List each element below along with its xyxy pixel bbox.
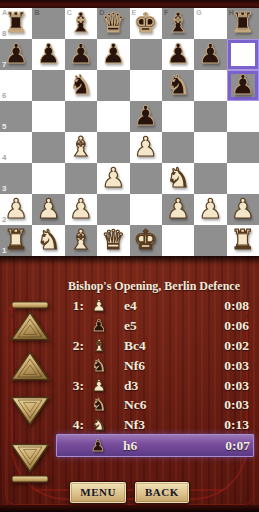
move-row[interactable]: 1: ♟ e4 0:08 — [58, 296, 252, 316]
move-piece-icon-white-bishop: ♝ — [87, 337, 111, 355]
piece-white-queen: ♛ — [97, 225, 129, 255]
square-f1[interactable] — [162, 225, 194, 256]
square-h8[interactable]: H♜ — [227, 8, 259, 39]
move-time: 0:03 — [203, 378, 252, 394]
piece-white-king: ♚ — [130, 225, 162, 255]
coord-rank-label: 8 — [2, 29, 6, 38]
square-b5[interactable] — [32, 101, 64, 132]
bar-icon — [10, 301, 50, 309]
coord-rank-label: 5 — [2, 122, 6, 131]
triangle-down-icon — [10, 443, 50, 473]
square-e8[interactable]: E♚ — [130, 8, 162, 39]
piece-white-knight: ♞ — [32, 225, 64, 255]
move-san: Nc6 — [111, 397, 203, 413]
coord-file-label: G — [196, 9, 201, 16]
square-b6[interactable] — [32, 70, 64, 101]
piece-white-pawn: ♟ — [162, 194, 194, 224]
coord-rank-label: 2 — [2, 215, 6, 224]
piece-black-pawn: ♟ — [97, 39, 129, 69]
square-e7[interactable] — [130, 39, 162, 70]
move-row[interactable]: 4: ♞ Nf3 0:13 — [58, 415, 252, 435]
move-san: h6 — [110, 438, 204, 454]
square-e2[interactable] — [130, 194, 162, 225]
piece-black-pawn: ♟ — [162, 39, 194, 69]
square-b3[interactable] — [32, 163, 64, 194]
piece-white-pawn: ♟ — [97, 163, 129, 193]
move-san: Nf3 — [111, 417, 203, 433]
move-row[interactable]: ♟ e5 0:06 — [58, 316, 252, 336]
coord-rank-label: 7 — [2, 60, 6, 69]
square-f6[interactable]: ♞ — [162, 70, 194, 101]
piece-white-bishop: ♝ — [65, 132, 97, 162]
square-f8[interactable]: F♝ — [162, 8, 194, 39]
move-piece-icon-white-pawn: ♟ — [87, 377, 111, 395]
move-time: 0:03 — [203, 358, 252, 374]
piece-black-pawn: ♟ — [65, 39, 97, 69]
square-h6[interactable]: ♟ — [227, 70, 259, 101]
chess-app-screen: A8♜BC♝D♛E♚F♝GH♜7♟♟♟♟♟♟6♞♞♟5♟4♝♟3♟♞2♟♟♟♟♟… — [0, 0, 259, 512]
move-san: d3 — [111, 378, 203, 394]
square-b8[interactable]: B — [32, 8, 64, 39]
square-g2[interactable]: ♟ — [194, 194, 226, 225]
square-e4[interactable]: ♟ — [130, 132, 162, 163]
square-d6[interactable] — [97, 70, 129, 101]
move-san: Bc4 — [111, 338, 203, 354]
triangle-up-icon — [10, 311, 50, 341]
bottom-actions: MENU BACK — [0, 481, 259, 504]
square-e6[interactable] — [130, 70, 162, 101]
square-a2[interactable]: 2♟ — [0, 194, 32, 225]
move-row[interactable]: 2: ♝ Bc4 0:02 — [58, 336, 252, 356]
coord-rank-label: 1 — [2, 246, 6, 255]
move-number: 1: — [58, 298, 87, 314]
move-san: e5 — [111, 318, 203, 334]
opening-name: Bishop's Opening, Berlin Defence — [56, 279, 252, 294]
square-g7[interactable]: ♟ — [194, 39, 226, 70]
coord-rank-label: 4 — [2, 153, 6, 162]
square-h7[interactable] — [227, 39, 259, 70]
top-strip — [0, 0, 259, 8]
square-d4[interactable] — [97, 132, 129, 163]
coord-file-label: B — [34, 9, 39, 16]
square-c7[interactable]: ♟ — [65, 39, 97, 70]
move-row[interactable]: ♞ Nc6 0:03 — [58, 395, 252, 415]
square-h3[interactable] — [227, 163, 259, 194]
square-d5[interactable] — [97, 101, 129, 132]
square-f4[interactable] — [162, 132, 194, 163]
move-time: 0:13 — [203, 417, 252, 433]
square-f5[interactable] — [162, 101, 194, 132]
coord-file-label: D — [99, 9, 104, 16]
square-d2[interactable] — [97, 194, 129, 225]
square-h2[interactable]: ♟ — [227, 194, 259, 225]
coord-rank-label: 6 — [2, 91, 6, 100]
nav-go-to-end-button[interactable] — [10, 443, 50, 483]
coord-file-label: A — [2, 9, 7, 16]
square-d3[interactable]: ♟ — [97, 163, 129, 194]
move-number: 3: — [58, 378, 87, 394]
square-f7[interactable]: ♟ — [162, 39, 194, 70]
square-d1[interactable]: ♛ — [97, 225, 129, 256]
square-g4[interactable] — [194, 132, 226, 163]
nav-step-back-button[interactable] — [10, 351, 50, 381]
square-g8[interactable]: G — [194, 8, 226, 39]
square-a1[interactable]: 1♜ — [0, 225, 32, 256]
square-g6[interactable] — [194, 70, 226, 101]
nav-step-forward-button[interactable] — [10, 396, 50, 426]
piece-white-pawn: ♟ — [65, 194, 97, 224]
square-c6[interactable]: ♞ — [65, 70, 97, 101]
move-row[interactable]: 3: ♟ d3 0:03 — [58, 376, 252, 396]
piece-black-pawn: ♟ — [130, 101, 162, 131]
piece-white-pawn: ♟ — [227, 194, 259, 224]
piece-white-pawn: ♟ — [130, 132, 162, 162]
move-list: 1: ♟ e4 0:08 ♟ e5 0:06 2: ♝ Bc4 0:02 ♞ N… — [58, 296, 252, 456]
square-c5[interactable] — [65, 101, 97, 132]
move-time: 0:06 — [203, 318, 252, 334]
square-a3[interactable]: 3 — [0, 163, 32, 194]
coord-rank-label: 3 — [2, 184, 6, 193]
move-san: Nf6 — [111, 358, 203, 374]
square-b2[interactable]: ♟ — [32, 194, 64, 225]
square-d7[interactable]: ♟ — [97, 39, 129, 70]
piece-black-knight: ♞ — [65, 70, 97, 100]
square-h4[interactable] — [227, 132, 259, 163]
square-e3[interactable] — [130, 163, 162, 194]
square-a5[interactable]: 5 — [0, 101, 32, 132]
move-piece-icon-black-pawn: ♟ — [86, 437, 110, 455]
square-b4[interactable] — [32, 132, 64, 163]
move-piece-icon-white-pawn: ♟ — [87, 297, 111, 315]
board-shadow — [0, 256, 259, 265]
move-row-selected[interactable]: ♟ h6 0:07 — [56, 434, 254, 457]
coord-file-label: E — [132, 9, 137, 16]
square-e1[interactable]: ♚ — [130, 225, 162, 256]
square-a6[interactable]: 6 — [0, 70, 32, 101]
piece-white-knight: ♞ — [162, 163, 194, 193]
move-piece-icon-black-knight: ♞ — [87, 396, 111, 414]
move-number: 2: — [58, 338, 87, 354]
move-row[interactable]: ♞ Nf6 0:03 — [58, 356, 252, 376]
piece-black-pawn: ♟ — [32, 39, 64, 69]
move-san: e4 — [111, 298, 203, 314]
piece-black-pawn: ♟ — [227, 70, 259, 100]
chess-board: A8♜BC♝D♛E♚F♝GH♜7♟♟♟♟♟♟6♞♞♟5♟4♝♟3♟♞2♟♟♟♟♟… — [0, 8, 259, 256]
piece-black-knight: ♞ — [162, 70, 194, 100]
coord-file-label: H — [229, 9, 234, 16]
square-a4[interactable]: 4 — [0, 132, 32, 163]
bottom-strip — [0, 505, 259, 512]
square-g3[interactable] — [194, 163, 226, 194]
square-c1[interactable]: ♝ — [65, 225, 97, 256]
square-e5[interactable]: ♟ — [130, 101, 162, 132]
square-g5[interactable] — [194, 101, 226, 132]
move-nav-controls — [9, 301, 51, 483]
move-time: 0:02 — [203, 338, 252, 354]
move-piece-icon-black-pawn: ♟ — [87, 317, 111, 335]
square-g1[interactable] — [194, 225, 226, 256]
piece-white-rook: ♜ — [227, 225, 259, 255]
square-b7[interactable]: ♟ — [32, 39, 64, 70]
move-piece-icon-white-knight: ♞ — [87, 416, 111, 434]
nav-go-to-start-button[interactable] — [10, 301, 50, 341]
piece-white-pawn: ♟ — [32, 194, 64, 224]
move-time: 0:03 — [203, 397, 252, 413]
square-b1[interactable]: ♞ — [32, 225, 64, 256]
piece-white-bishop: ♝ — [65, 225, 97, 255]
coord-file-label: F — [164, 9, 168, 16]
square-a7[interactable]: 7♟ — [0, 39, 32, 70]
square-c4[interactable]: ♝ — [65, 132, 97, 163]
piece-white-pawn: ♟ — [194, 194, 226, 224]
move-piece-icon-black-knight: ♞ — [87, 357, 111, 375]
square-h1[interactable]: ♜ — [227, 225, 259, 256]
move-number: 4: — [58, 417, 87, 433]
triangle-down-icon — [10, 396, 50, 426]
move-time: 0:07 — [204, 438, 253, 454]
square-c3[interactable] — [65, 163, 97, 194]
piece-black-pawn: ♟ — [194, 39, 226, 69]
triangle-up-icon — [10, 351, 50, 381]
menu-button[interactable]: MENU — [69, 481, 127, 504]
square-f2[interactable]: ♟ — [162, 194, 194, 225]
back-button[interactable]: BACK — [134, 481, 190, 504]
square-c8[interactable]: C♝ — [65, 8, 97, 39]
square-d8[interactable]: D♛ — [97, 8, 129, 39]
square-a8[interactable]: A8♜ — [0, 8, 32, 39]
square-h5[interactable] — [227, 101, 259, 132]
square-f3[interactable]: ♞ — [162, 163, 194, 194]
square-c2[interactable]: ♟ — [65, 194, 97, 225]
move-time: 0:08 — [203, 298, 252, 314]
coord-file-label: C — [67, 9, 72, 16]
